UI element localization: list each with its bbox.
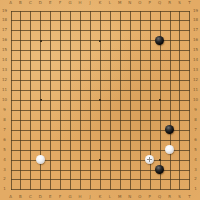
row-label-left-15: 15 bbox=[1, 48, 9, 52]
col-label-top-E: E bbox=[47, 1, 54, 5]
stone-black-Q16 bbox=[155, 36, 164, 45]
col-label-top-J: J bbox=[87, 1, 94, 5]
row-label-left-14: 14 bbox=[1, 58, 9, 62]
row-label-right-3: 3 bbox=[192, 168, 200, 172]
col-label-bottom-F: F bbox=[57, 195, 64, 199]
col-label-top-L: L bbox=[106, 1, 113, 5]
col-label-bottom-C: C bbox=[27, 195, 34, 199]
col-label-bottom-S: S bbox=[176, 195, 183, 199]
row-label-right-5: 5 bbox=[192, 148, 200, 152]
grid-line-vertical bbox=[120, 11, 121, 191]
col-label-top-K: K bbox=[96, 1, 103, 5]
star-point bbox=[40, 99, 42, 101]
row-label-left-16: 16 bbox=[1, 38, 9, 42]
row-label-right-14: 14 bbox=[192, 58, 200, 62]
row-label-right-1: 1 bbox=[192, 187, 200, 191]
col-label-top-N: N bbox=[126, 1, 133, 5]
col-label-bottom-E: E bbox=[47, 195, 54, 199]
col-label-bottom-T: T bbox=[186, 195, 193, 199]
go-app: AABBCCDDEEFFGGHHJJKKLLMMNNOOPPQQRRSSTT19… bbox=[0, 0, 200, 200]
col-label-top-F: F bbox=[57, 1, 64, 5]
star-point bbox=[40, 40, 42, 42]
row-label-left-18: 18 bbox=[1, 18, 9, 22]
grid-line-horizontal bbox=[11, 189, 191, 190]
row-label-right-9: 9 bbox=[192, 108, 200, 112]
row-label-left-13: 13 bbox=[1, 68, 9, 72]
col-label-top-H: H bbox=[77, 1, 84, 5]
row-label-right-8: 8 bbox=[192, 118, 200, 122]
grid-line-horizontal bbox=[11, 150, 191, 151]
row-label-left-9: 9 bbox=[1, 108, 9, 112]
grid-line-vertical bbox=[170, 11, 171, 191]
row-label-right-18: 18 bbox=[192, 18, 200, 22]
col-label-top-S: S bbox=[176, 1, 183, 5]
row-label-left-2: 2 bbox=[1, 177, 9, 181]
col-label-bottom-K: K bbox=[96, 195, 103, 199]
col-label-bottom-A: A bbox=[7, 195, 14, 199]
col-label-bottom-P: P bbox=[146, 195, 153, 199]
col-label-top-R: R bbox=[166, 1, 173, 5]
row-label-right-4: 4 bbox=[192, 158, 200, 162]
row-label-right-2: 2 bbox=[192, 177, 200, 181]
star-point bbox=[99, 40, 101, 42]
grid-line-vertical bbox=[110, 11, 111, 191]
row-label-right-12: 12 bbox=[192, 78, 200, 82]
col-label-bottom-Q: Q bbox=[156, 195, 163, 199]
grid-line-horizontal bbox=[11, 140, 191, 141]
col-label-bottom-H: H bbox=[77, 195, 84, 199]
col-label-top-B: B bbox=[17, 1, 24, 5]
stone-white-P4 bbox=[145, 155, 154, 164]
grid-line-horizontal bbox=[11, 130, 191, 131]
row-label-left-6: 6 bbox=[1, 138, 9, 142]
col-label-bottom-R: R bbox=[166, 195, 173, 199]
col-label-top-C: C bbox=[27, 1, 34, 5]
col-label-bottom-J: J bbox=[87, 195, 94, 199]
row-label-right-6: 6 bbox=[192, 138, 200, 142]
col-label-top-P: P bbox=[146, 1, 153, 5]
col-label-top-A: A bbox=[7, 1, 14, 5]
row-label-left-11: 11 bbox=[1, 88, 9, 92]
col-label-top-Q: Q bbox=[156, 1, 163, 5]
row-label-right-15: 15 bbox=[192, 48, 200, 52]
col-label-bottom-L: L bbox=[106, 195, 113, 199]
row-label-right-11: 11 bbox=[192, 88, 200, 92]
col-label-bottom-G: G bbox=[67, 195, 74, 199]
grid-line-vertical bbox=[189, 11, 190, 191]
row-label-right-10: 10 bbox=[192, 98, 200, 102]
grid-line-vertical bbox=[140, 11, 141, 191]
star-point bbox=[159, 99, 161, 101]
stone-white-D4 bbox=[36, 155, 45, 164]
star-point bbox=[99, 159, 101, 161]
row-label-right-7: 7 bbox=[192, 128, 200, 132]
row-label-left-19: 19 bbox=[1, 9, 9, 13]
grid-line-horizontal bbox=[11, 120, 191, 121]
row-label-left-1: 1 bbox=[1, 187, 9, 191]
star-point bbox=[159, 159, 161, 161]
col-label-bottom-O: O bbox=[136, 195, 143, 199]
grid-line-vertical bbox=[130, 11, 131, 191]
row-label-left-8: 8 bbox=[1, 118, 9, 122]
row-label-right-19: 19 bbox=[192, 9, 200, 13]
row-label-left-7: 7 bbox=[1, 128, 9, 132]
star-point bbox=[99, 99, 101, 101]
stone-black-Q3 bbox=[155, 165, 164, 174]
last-move-marker bbox=[149, 157, 150, 162]
row-label-left-4: 4 bbox=[1, 158, 9, 162]
grid-line-horizontal bbox=[11, 179, 191, 180]
row-label-right-16: 16 bbox=[192, 38, 200, 42]
row-label-right-17: 17 bbox=[192, 28, 200, 32]
row-label-left-10: 10 bbox=[1, 98, 9, 102]
go-board[interactable]: AABBCCDDEEFFGGHHJJKKLLMMNNOOPPQQRRSSTT19… bbox=[0, 0, 200, 200]
row-label-left-17: 17 bbox=[1, 28, 9, 32]
col-label-top-G: G bbox=[67, 1, 74, 5]
col-label-top-M: M bbox=[116, 1, 123, 5]
grid-line-horizontal bbox=[11, 110, 191, 111]
col-label-bottom-B: B bbox=[17, 195, 24, 199]
row-label-right-13: 13 bbox=[192, 68, 200, 72]
col-label-top-D: D bbox=[37, 1, 44, 5]
stone-white-R5 bbox=[165, 145, 174, 154]
row-label-left-3: 3 bbox=[1, 168, 9, 172]
row-label-left-5: 5 bbox=[1, 148, 9, 152]
grid-line-vertical bbox=[179, 11, 180, 191]
col-label-top-T: T bbox=[186, 1, 193, 5]
row-label-left-12: 12 bbox=[1, 78, 9, 82]
stone-black-R7 bbox=[165, 125, 174, 134]
col-label-bottom-M: M bbox=[116, 195, 123, 199]
col-label-bottom-N: N bbox=[126, 195, 133, 199]
col-label-bottom-D: D bbox=[37, 195, 44, 199]
col-label-top-O: O bbox=[136, 1, 143, 5]
